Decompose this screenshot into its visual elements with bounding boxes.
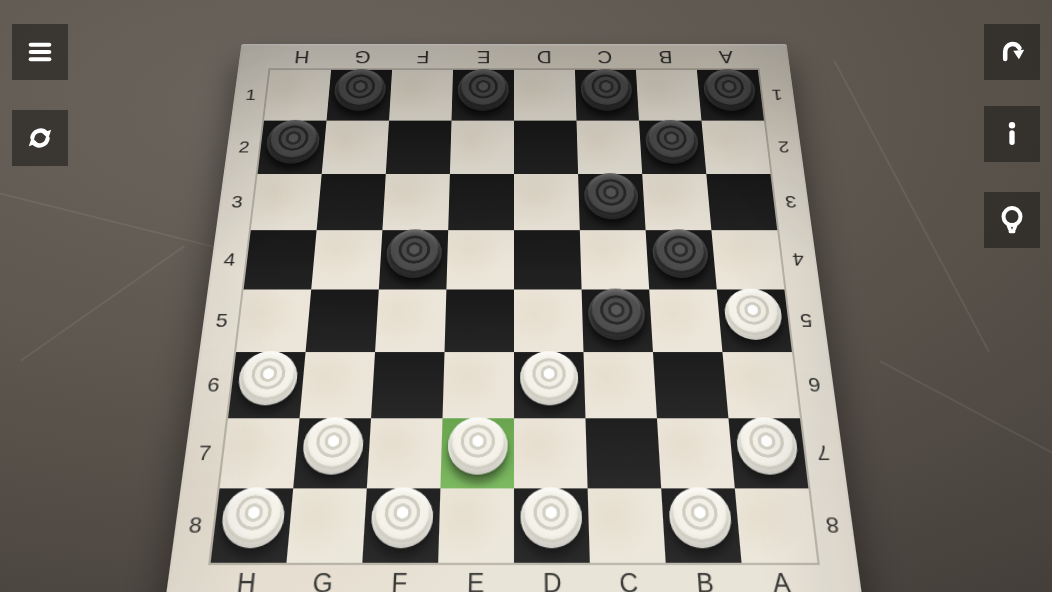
square-H5[interactable] [236, 289, 311, 352]
coordinate-label-G: G [283, 563, 363, 592]
square-D2[interactable] [514, 121, 578, 174]
square-B3[interactable] [642, 174, 711, 230]
square-D3[interactable] [514, 174, 580, 230]
coordinate-label-C: C [574, 44, 636, 70]
hamburger-icon [24, 36, 56, 68]
square-G4[interactable] [311, 230, 382, 289]
square-A1[interactable] [697, 70, 764, 121]
coordinate-label-3: 3 [770, 174, 812, 230]
rotate-board-button[interactable] [12, 110, 68, 166]
column-labels-bottom: HGFEDCBA [206, 563, 823, 592]
hint-button[interactable] [984, 192, 1040, 248]
square-F6[interactable] [371, 352, 444, 418]
square-F1[interactable] [389, 70, 453, 121]
square-A8[interactable] [735, 488, 818, 562]
square-B5[interactable] [649, 289, 722, 352]
white-piece-A7[interactable] [735, 417, 801, 474]
square-A2[interactable] [701, 121, 770, 174]
square-H7[interactable] [220, 418, 300, 488]
white-piece-B8[interactable] [668, 487, 734, 548]
coordinate-label-A: A [742, 563, 823, 592]
black-piece-B4[interactable] [651, 229, 709, 278]
square-D1[interactable] [514, 70, 576, 121]
square-F2[interactable] [386, 121, 452, 174]
white-piece-H8[interactable] [219, 487, 287, 548]
square-B6[interactable] [653, 352, 728, 418]
coordinate-label-B: B [634, 44, 697, 70]
square-H3[interactable] [251, 174, 322, 230]
square-G1[interactable] [327, 70, 393, 121]
square-C5[interactable] [582, 289, 653, 352]
square-C6[interactable] [583, 352, 656, 418]
board-squares [211, 70, 818, 563]
square-A4[interactable] [711, 230, 784, 289]
marble-vein [833, 60, 990, 352]
square-D7[interactable] [514, 418, 588, 488]
square-B1[interactable] [636, 70, 702, 121]
square-H1[interactable] [264, 70, 331, 121]
checkers-board: HGFEDCBA HGFEDCBA 12345678 12345678 [160, 44, 868, 592]
coordinate-label-D: D [514, 44, 575, 70]
square-E1[interactable] [452, 70, 514, 121]
square-E6[interactable] [443, 352, 514, 418]
info-icon [996, 118, 1028, 150]
coordinate-label-4: 4 [777, 230, 820, 289]
board-frame: HGFEDCBA HGFEDCBA 12345678 12345678 [165, 44, 863, 592]
square-B4[interactable] [646, 230, 717, 289]
square-B8[interactable] [661, 488, 741, 562]
white-piece-D8[interactable] [520, 487, 582, 548]
square-G8[interactable] [286, 488, 366, 562]
square-G5[interactable] [306, 289, 379, 352]
square-E7[interactable] [440, 418, 514, 488]
menu-button[interactable] [12, 24, 68, 80]
coordinate-label-H: H [270, 44, 333, 70]
square-A6[interactable] [722, 352, 799, 418]
column-labels-top: HGFEDCBA [270, 44, 758, 70]
square-D6[interactable] [514, 352, 585, 418]
coordinate-label-G: G [331, 44, 394, 70]
undo-button[interactable] [984, 24, 1040, 80]
white-piece-F8[interactable] [370, 487, 434, 548]
coordinate-label-2: 2 [764, 121, 804, 174]
black-piece-C5[interactable] [588, 289, 647, 340]
black-piece-F4[interactable] [385, 229, 442, 278]
info-button[interactable] [984, 106, 1040, 162]
square-F8[interactable] [362, 488, 440, 562]
curved-arrow-icon [995, 35, 1029, 69]
black-piece-H2[interactable] [264, 120, 321, 164]
square-F3[interactable] [382, 174, 449, 230]
square-D8[interactable] [514, 488, 590, 562]
square-G3[interactable] [317, 174, 386, 230]
square-H4[interactable] [244, 230, 317, 289]
square-F5[interactable] [375, 289, 446, 352]
square-E4[interactable] [446, 230, 514, 289]
black-piece-B2[interactable] [644, 120, 699, 164]
square-D5[interactable] [514, 289, 583, 352]
lightbulb-icon [995, 203, 1029, 237]
game-screen: HGFEDCBA HGFEDCBA 12345678 12345678 [0, 0, 1052, 592]
square-A3[interactable] [706, 174, 777, 230]
black-piece-C1[interactable] [580, 69, 633, 111]
white-piece-D6[interactable] [520, 351, 579, 405]
square-C8[interactable] [588, 488, 666, 562]
square-D4[interactable] [514, 230, 582, 289]
square-C2[interactable] [576, 121, 642, 174]
square-H6[interactable] [228, 352, 305, 418]
square-G7[interactable] [293, 418, 371, 488]
white-piece-H6[interactable] [236, 351, 300, 405]
square-E8[interactable] [438, 488, 514, 562]
coordinate-label-5: 5 [784, 289, 828, 352]
square-G2[interactable] [322, 121, 389, 174]
square-C1[interactable] [575, 70, 639, 121]
white-piece-E7[interactable] [447, 417, 507, 474]
square-C7[interactable] [585, 418, 661, 488]
black-piece-C3[interactable] [584, 173, 639, 219]
square-B2[interactable] [639, 121, 706, 174]
square-F7[interactable] [367, 418, 443, 488]
coordinate-label-D: D [514, 563, 591, 592]
coordinate-label-1: 1 [758, 70, 797, 121]
square-E3[interactable] [448, 174, 514, 230]
square-A5[interactable] [717, 289, 792, 352]
square-A7[interactable] [728, 418, 808, 488]
square-H2[interactable] [258, 121, 327, 174]
coordinate-label-F: F [360, 563, 438, 592]
marble-vein [0, 190, 242, 255]
coordinate-label-H: H [206, 563, 287, 592]
black-piece-A1[interactable] [702, 69, 757, 111]
square-F4[interactable] [379, 230, 448, 289]
marble-vein [20, 245, 185, 361]
square-E2[interactable] [450, 121, 514, 174]
square-H8[interactable] [211, 488, 294, 562]
black-piece-E1[interactable] [457, 69, 508, 111]
coordinate-label-E: E [437, 563, 514, 592]
rotate-arrows-icon [23, 121, 57, 155]
square-C4[interactable] [580, 230, 649, 289]
coordinate-label-B: B [666, 563, 746, 592]
white-piece-G7[interactable] [301, 417, 365, 474]
square-G6[interactable] [300, 352, 375, 418]
square-B7[interactable] [657, 418, 735, 488]
coordinate-label-A: A [695, 44, 758, 70]
square-E5[interactable] [445, 289, 514, 352]
square-C3[interactable] [578, 174, 645, 230]
black-piece-G1[interactable] [333, 69, 387, 111]
coordinate-label-F: F [392, 44, 454, 70]
white-piece-A5[interactable] [723, 289, 785, 340]
marble-vein [879, 360, 1052, 503]
coordinate-label-E: E [453, 44, 514, 70]
coordinate-label-C: C [590, 563, 668, 592]
